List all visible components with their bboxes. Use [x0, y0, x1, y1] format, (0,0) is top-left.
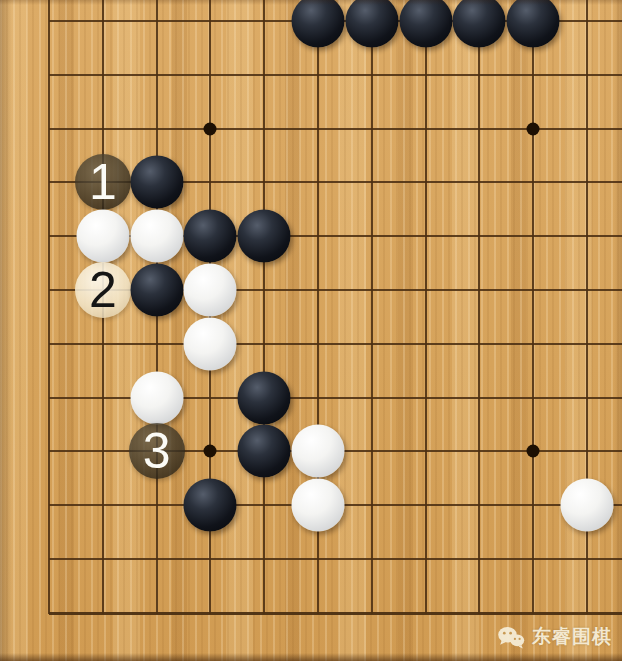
grid-line-vertical: [532, 0, 534, 614]
white-stone: [184, 264, 237, 317]
star-point: [204, 122, 217, 135]
grid-line-horizontal: [49, 612, 622, 615]
grid-line-horizontal: [49, 558, 622, 560]
watermark-text: 东睿围棋: [532, 624, 612, 650]
ghost-white-stone-move-2: 2: [75, 262, 131, 318]
black-stone: [238, 210, 291, 263]
white-stone: [184, 317, 237, 370]
grid-line-vertical: [263, 0, 265, 614]
ghost-black-stone-move-1: 1: [75, 154, 131, 210]
ghost-black-stone-move-3: 3: [129, 423, 185, 479]
black-stone: [238, 425, 291, 478]
grid-line-horizontal: [49, 74, 622, 76]
go-board-screenshot: 123 东睿围棋: [0, 0, 622, 661]
move-number: 2: [89, 265, 117, 315]
star-point: [527, 122, 540, 135]
white-stone: [292, 425, 345, 478]
star-point: [527, 445, 540, 458]
grid-line-vertical: [48, 0, 50, 614]
wechat-icon: [497, 626, 525, 649]
grid-line-vertical: [425, 0, 427, 614]
grid-line-vertical: [371, 0, 373, 614]
grid-line-horizontal: [49, 343, 622, 345]
move-number: 3: [143, 426, 171, 476]
grid-line-vertical: [478, 0, 480, 614]
white-stone: [130, 210, 183, 263]
board-surface[interactable]: [0, 0, 622, 661]
black-stone: [184, 210, 237, 263]
white-stone: [292, 479, 345, 532]
white-stone: [561, 479, 614, 532]
black-stone: [130, 156, 183, 209]
white-stone: [130, 371, 183, 424]
black-stone: [238, 371, 291, 424]
black-stone: [130, 264, 183, 317]
star-point: [204, 445, 217, 458]
black-stone: [184, 479, 237, 532]
watermark: 东睿围棋: [497, 624, 612, 650]
move-number: 1: [89, 157, 117, 207]
white-stone: [76, 210, 129, 263]
